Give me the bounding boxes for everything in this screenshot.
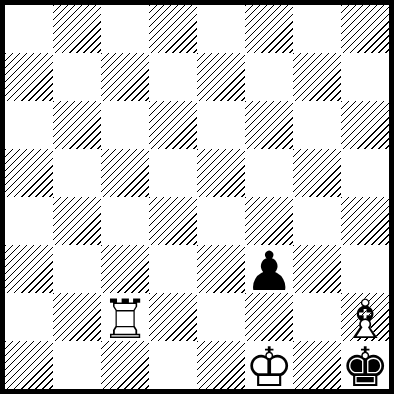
square-c2[interactable]: ♜♖ [101, 293, 149, 341]
square-c5[interactable] [101, 149, 149, 197]
chess-board: ♟♟♜♖♝♗♚♔♚♚ [0, 0, 394, 394]
square-d2[interactable] [149, 293, 197, 341]
white-rook-c2[interactable]: ♜♖ [101, 293, 149, 341]
chess-diagram: ♟♟♜♖♝♗♚♔♚♚ [0, 0, 394, 394]
square-f1[interactable]: ♚♔ [245, 341, 293, 389]
square-a6[interactable] [5, 101, 53, 149]
square-h6[interactable] [341, 101, 389, 149]
square-a7[interactable] [5, 53, 53, 101]
square-b1[interactable] [53, 341, 101, 389]
square-f3[interactable]: ♟♟ [245, 245, 293, 293]
white-king-f1[interactable]: ♚♔ [245, 341, 293, 389]
square-e3[interactable] [197, 245, 245, 293]
square-h3[interactable] [341, 245, 389, 293]
square-g4[interactable] [293, 197, 341, 245]
square-a3[interactable] [5, 245, 53, 293]
square-e7[interactable] [197, 53, 245, 101]
square-a2[interactable] [5, 293, 53, 341]
square-d4[interactable] [149, 197, 197, 245]
square-f6[interactable] [245, 101, 293, 149]
square-d1[interactable] [149, 341, 197, 389]
black-pawn-f3[interactable]: ♟♟ [245, 245, 293, 293]
square-b2[interactable] [53, 293, 101, 341]
square-g3[interactable] [293, 245, 341, 293]
square-c8[interactable] [101, 5, 149, 53]
piece-glyph: ♔ [245, 341, 293, 394]
square-h5[interactable] [341, 149, 389, 197]
square-g7[interactable] [293, 53, 341, 101]
square-d6[interactable] [149, 101, 197, 149]
square-e8[interactable] [197, 5, 245, 53]
square-f4[interactable] [245, 197, 293, 245]
square-g6[interactable] [293, 101, 341, 149]
square-b3[interactable] [53, 245, 101, 293]
square-g5[interactable] [293, 149, 341, 197]
square-c7[interactable] [101, 53, 149, 101]
square-a4[interactable] [5, 197, 53, 245]
square-b4[interactable] [53, 197, 101, 245]
piece-glyph: ♖ [101, 293, 149, 347]
square-g2[interactable] [293, 293, 341, 341]
piece-glyph: ♟ [245, 245, 293, 299]
square-b7[interactable] [53, 53, 101, 101]
square-b8[interactable] [53, 5, 101, 53]
square-e2[interactable] [197, 293, 245, 341]
square-a5[interactable] [5, 149, 53, 197]
white-bishop-h2[interactable]: ♝♗ [341, 293, 389, 341]
square-f5[interactable] [245, 149, 293, 197]
square-g1[interactable] [293, 341, 341, 389]
square-h8[interactable] [341, 5, 389, 53]
square-d3[interactable] [149, 245, 197, 293]
square-a1[interactable] [5, 341, 53, 389]
square-a8[interactable] [5, 5, 53, 53]
square-e4[interactable] [197, 197, 245, 245]
square-c1[interactable] [101, 341, 149, 389]
square-d7[interactable] [149, 53, 197, 101]
square-c4[interactable] [101, 197, 149, 245]
square-e6[interactable] [197, 101, 245, 149]
black-king-h1[interactable]: ♚♚ [341, 341, 389, 389]
square-h4[interactable] [341, 197, 389, 245]
square-h7[interactable] [341, 53, 389, 101]
square-h1[interactable]: ♚♚ [341, 341, 389, 389]
square-b6[interactable] [53, 101, 101, 149]
square-b5[interactable] [53, 149, 101, 197]
square-g8[interactable] [293, 5, 341, 53]
square-c3[interactable] [101, 245, 149, 293]
square-d8[interactable] [149, 5, 197, 53]
square-f7[interactable] [245, 53, 293, 101]
square-c6[interactable] [101, 101, 149, 149]
square-f2[interactable] [245, 293, 293, 341]
square-f8[interactable] [245, 5, 293, 53]
square-d5[interactable] [149, 149, 197, 197]
square-e1[interactable] [197, 341, 245, 389]
square-e5[interactable] [197, 149, 245, 197]
square-h2[interactable]: ♝♗ [341, 293, 389, 341]
piece-glyph: ♚ [341, 341, 389, 394]
